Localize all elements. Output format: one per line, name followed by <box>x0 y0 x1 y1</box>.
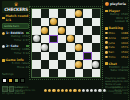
right-panel: playforia Player Rating: 1520Wins: 12Los… <box>105 2 128 93</box>
square-r6c5[interactable] <box>75 60 84 69</box>
settings-tool-2[interactable] <box>14 78 19 83</box>
ranking-row[interactable]: Miko1688 <box>105 31 128 35</box>
version-line: Online: 241 <box>104 92 128 95</box>
ranking-name: Sari <box>109 50 114 54</box>
silver-checker-piece[interactable] <box>41 44 48 51</box>
gold-checker-piece[interactable] <box>75 61 82 68</box>
checkers-board[interactable] <box>31 8 101 78</box>
square-r7c4[interactable] <box>66 69 75 78</box>
divider-left-of-right-panel <box>102 0 103 100</box>
square-r0c1[interactable] <box>41 9 50 18</box>
square-r2c1[interactable] <box>41 26 50 35</box>
gold-piece-icon <box>105 51 108 54</box>
square-r4c2 <box>49 43 58 52</box>
player-section: Player Rating: 1520Wins: 12Losses: 8 <box>105 9 128 24</box>
captured-gold-piece <box>48 89 51 92</box>
square-r6c7[interactable] <box>92 60 101 69</box>
square-r7c5 <box>75 69 84 78</box>
square-r7c6[interactable] <box>83 69 92 78</box>
ranking-row[interactable]: Timo1512 <box>105 55 128 59</box>
square-r2c5[interactable] <box>75 26 84 35</box>
square-r5c4[interactable] <box>66 52 75 61</box>
captured-gold-piece <box>52 89 55 92</box>
ranking-row[interactable]: Pete1571 <box>105 45 128 49</box>
match-icon <box>2 17 5 20</box>
square-r2c7[interactable] <box>92 26 101 35</box>
ranking-name: Juha <box>109 41 115 45</box>
player2-stats: Rating: 1488Time: 3:12 <box>2 48 29 55</box>
square-r5c1 <box>41 52 50 61</box>
square-r5c6[interactable] <box>83 52 92 61</box>
square-r5c2[interactable] <box>49 52 58 61</box>
square-r0c2 <box>49 9 58 18</box>
player2-stat-line: Time: 3:12 <box>6 52 29 56</box>
square-r6c4 <box>66 60 75 69</box>
square-r6c6 <box>83 60 92 69</box>
square-r1c1 <box>41 18 50 27</box>
square-r0c0 <box>32 9 41 18</box>
gold-checker-piece[interactable] <box>41 27 48 34</box>
turn-status-label: Golds turn <box>4 24 19 28</box>
game-info-icon <box>2 59 5 62</box>
game-info-line: Move 24 <box>6 66 29 70</box>
settings-tool-3[interactable] <box>20 78 25 83</box>
match-heading-label: Match round 1/1 <box>6 14 30 22</box>
silver-checker-piece[interactable] <box>92 61 99 68</box>
ranking-list: Miko1688Anna1645Juha1602Pete1571Sari1540… <box>105 31 128 59</box>
settings-toolbar <box>2 78 29 83</box>
captured-gold-piece <box>78 89 81 92</box>
turn-status-bar: Golds turn <box>2 23 29 29</box>
square-r4c1[interactable] <box>41 43 50 52</box>
logo-title: CHECKERS <box>4 7 28 12</box>
square-r6c3[interactable] <box>58 60 67 69</box>
playforia-wordmark: playforia <box>110 2 126 6</box>
captured-silver-piece <box>82 89 85 92</box>
gold-piece-icon <box>105 32 108 35</box>
settings-tool-0[interactable] <box>2 78 7 83</box>
chat-lines: EddWin: good moveSatu: thanks <box>105 66 128 73</box>
captured-silver-piece <box>94 89 97 92</box>
square-r1c6[interactable] <box>83 18 92 27</box>
player-section-lines: Rating: 1520Wins: 12Losses: 8 <box>105 13 128 24</box>
chat-line: Satu: thanks <box>109 69 128 73</box>
gold-piece-icon <box>105 56 108 59</box>
playforia-logo[interactable]: playforia <box>105 2 128 6</box>
square-r0c4 <box>66 9 75 18</box>
playforia-dot-icon <box>105 2 109 6</box>
captured-silver-piece <box>86 89 89 92</box>
game-screen: ♛ CHECKERS Match round 1/1 Golds turn 1:… <box>0 0 130 100</box>
square-r3c1 <box>41 35 50 44</box>
captured-gold-piece <box>73 89 76 92</box>
captured-gold-piece <box>44 89 47 92</box>
square-r3c5 <box>75 35 84 44</box>
ranking-row[interactable]: Juha1602 <box>105 41 128 45</box>
player1-flag-icon <box>26 32 29 35</box>
player1-stats: Rating: 1532Time: 4:37 <box>2 35 29 42</box>
silver-checker-piece[interactable] <box>33 35 40 42</box>
square-r5c7 <box>92 52 101 61</box>
square-r7c3 <box>58 69 67 78</box>
square-r4c4 <box>66 43 75 52</box>
silver-piece-icon <box>2 45 5 48</box>
square-r4c7[interactable] <box>92 43 101 52</box>
square-r0c5[interactable] <box>75 9 84 18</box>
gold-checker-piece[interactable] <box>58 27 65 34</box>
square-r6c0 <box>32 60 41 69</box>
gold-checker-piece[interactable] <box>75 10 82 17</box>
checkers-logo: ♛ CHECKERS <box>2 1 30 13</box>
ranking-section: Ranking Miko1688Anna1645Juha1602Pete1571… <box>105 26 128 59</box>
square-r3c0[interactable] <box>32 35 41 44</box>
square-r1c3 <box>58 18 67 27</box>
gold-checker-piece[interactable] <box>50 18 57 25</box>
ranking-value: 1571 <box>121 45 128 49</box>
gold-piece-icon <box>105 37 108 40</box>
game-info-lines: 5 min, ratedMove 24 <box>2 62 29 69</box>
square-r7c2[interactable] <box>49 69 58 78</box>
ranking-name: Anna <box>109 36 116 40</box>
chat-section: Chat EddWin: good moveSatu: thanks <box>105 62 128 73</box>
square-r3c6[interactable] <box>83 35 92 44</box>
square-r3c7 <box>92 35 101 44</box>
square-r2c6 <box>83 26 92 35</box>
gold-piece-icon <box>105 46 108 49</box>
gold-piece-icon <box>105 41 108 44</box>
ranking-name: Timo <box>109 55 116 59</box>
ranking-section-label: Ranking <box>109 26 124 30</box>
captured-pieces-tray <box>44 89 106 92</box>
copyright-line: All rights reserved <box>2 92 44 95</box>
square-r1c0[interactable] <box>32 18 41 27</box>
square-r3c4[interactable] <box>66 35 75 44</box>
square-r2c3[interactable] <box>58 26 67 35</box>
square-r7c1 <box>41 69 50 78</box>
gold-piece-icon <box>2 32 5 35</box>
left-panel: Match round 1/1 Golds turn 1: EddWin Rat… <box>2 14 29 93</box>
ranking-value: 1602 <box>121 41 128 45</box>
chat-section-icon <box>105 62 108 65</box>
square-r6c1[interactable] <box>41 60 50 69</box>
ranking-value: 1645 <box>121 36 128 40</box>
square-r2c2 <box>49 26 58 35</box>
ranking-row[interactable]: Sari1540 <box>105 50 128 54</box>
ranking-section-icon <box>105 27 108 30</box>
captured-gold-piece <box>69 89 72 92</box>
gold-checker-piece[interactable] <box>75 44 82 51</box>
square-r2c4 <box>66 26 75 35</box>
captured-gold-piece <box>61 89 64 92</box>
captured-gold-piece <box>57 89 60 92</box>
square-r5c5 <box>75 52 84 61</box>
ranking-value: 1540 <box>121 50 128 54</box>
square-r1c7 <box>92 18 101 27</box>
ranking-name: Miko <box>109 31 115 35</box>
ranking-row[interactable]: Anna1645 <box>105 36 128 40</box>
captured-silver-piece <box>90 89 93 92</box>
captured-silver-piece <box>98 89 101 92</box>
square-r0c6 <box>83 9 92 18</box>
player1-stat-line: Time: 4:37 <box>6 39 29 43</box>
settings-tool-1[interactable] <box>8 78 13 83</box>
gold-checker-piece[interactable] <box>67 35 74 42</box>
player2-flag-icon <box>26 45 29 48</box>
copyright-block: Powered by Playforia© 2002-2009 Playfori… <box>2 86 44 95</box>
square-r4c6 <box>83 43 92 52</box>
square-r4c5[interactable] <box>75 43 84 52</box>
divider-screen-right-edge <box>128 0 129 100</box>
square-r6c2 <box>49 60 58 69</box>
square-r3c3 <box>58 35 67 44</box>
player-section-icon <box>105 10 108 13</box>
square-r7c0[interactable] <box>32 69 41 78</box>
square-r3c2[interactable] <box>49 35 58 44</box>
ranking-name: Pete <box>109 45 115 49</box>
square-r4c0 <box>32 43 41 52</box>
ranking-value: 1512 <box>121 55 128 59</box>
settings-label: Settings <box>2 73 29 77</box>
square-r2c0 <box>32 26 41 35</box>
square-r0c3[interactable] <box>58 9 67 18</box>
square-r7c7 <box>92 69 101 78</box>
captured-gold-piece <box>65 89 68 92</box>
board-frame <box>31 8 101 78</box>
square-r5c0[interactable] <box>32 52 41 61</box>
version-block: Version 1.4.2Build 2009Online: 241 <box>104 86 128 95</box>
square-r1c4[interactable] <box>66 18 75 27</box>
match-heading: Match round 1/1 <box>2 14 29 22</box>
square-r1c2[interactable] <box>49 18 58 27</box>
square-r5c3 <box>58 52 67 61</box>
square-r1c5 <box>75 18 84 27</box>
ranking-value: 1688 <box>121 31 128 35</box>
player-stat-line: Losses: 8 <box>109 20 128 24</box>
square-r4c3[interactable] <box>58 43 67 52</box>
square-r0c7[interactable] <box>92 9 101 18</box>
